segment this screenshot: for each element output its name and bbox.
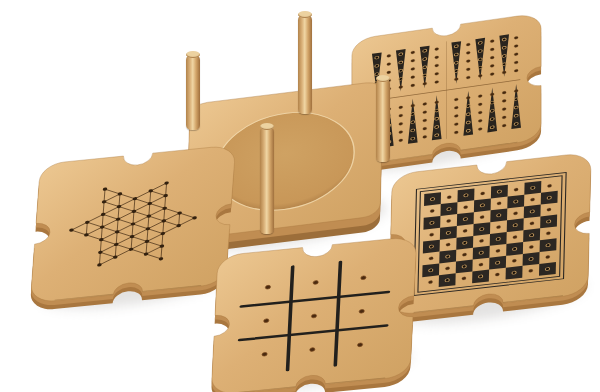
tic-tac-toe-surface xyxy=(211,236,417,392)
stacking-post xyxy=(260,126,274,234)
stacking-post xyxy=(376,78,390,162)
stacking-post xyxy=(298,14,312,114)
chess-checkers-board xyxy=(389,152,591,316)
product-photo-travel-game-set: ♞♛♚♜♝ xyxy=(0,0,600,392)
chinese-checkers-board xyxy=(30,145,236,303)
stacking-post xyxy=(186,54,200,130)
chess-board-surface xyxy=(389,152,591,316)
tic-tac-toe-board xyxy=(211,236,417,392)
chinese-checkers-star-surface xyxy=(30,145,236,303)
